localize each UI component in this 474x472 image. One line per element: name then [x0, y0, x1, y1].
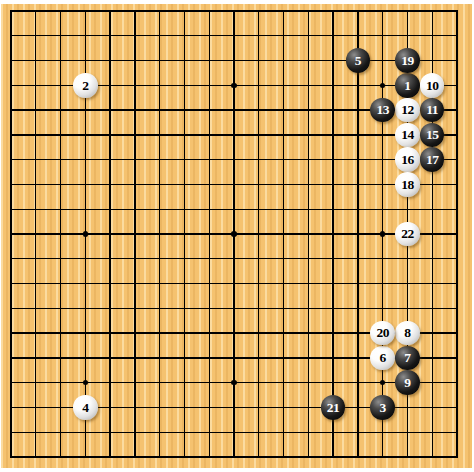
stone-white-move-12: 12 — [395, 98, 420, 123]
move-number-label: 18 — [401, 177, 414, 191]
move-number-label: 20 — [376, 326, 389, 340]
move-number-label: 8 — [404, 326, 410, 340]
move-number-label: 6 — [380, 351, 386, 365]
move-number-label: 21 — [327, 400, 340, 414]
stone-white-move-22: 22 — [395, 222, 420, 247]
stone-black-move-3: 3 — [370, 395, 395, 420]
stone-black-move-19: 19 — [395, 48, 420, 73]
move-number-label: 7 — [404, 351, 410, 365]
stone-black-move-15: 15 — [420, 123, 445, 148]
stone-black-move-9: 9 — [395, 370, 420, 395]
move-number-label: 10 — [426, 78, 439, 92]
move-number-label: 4 — [82, 400, 88, 414]
move-number-label: 9 — [404, 375, 410, 389]
move-number-label: 14 — [401, 128, 414, 142]
move-number-label: 22 — [401, 227, 414, 241]
go-board-diagram: 12345678910111213141516171819202122 — [0, 0, 474, 472]
stone-white-move-20: 20 — [370, 321, 395, 346]
stone-black-move-17: 17 — [420, 147, 445, 172]
stone-black-move-7: 7 — [395, 346, 420, 371]
move-number-label: 15 — [426, 128, 439, 142]
move-number-label: 12 — [401, 103, 414, 117]
move-number-label: 19 — [401, 53, 414, 67]
stone-white-move-18: 18 — [395, 172, 420, 197]
stone-white-move-6: 6 — [370, 346, 395, 371]
move-number-label: 1 — [404, 78, 410, 92]
stone-black-move-1: 1 — [395, 73, 420, 98]
move-number-label: 17 — [426, 152, 439, 166]
move-number-label: 5 — [355, 53, 361, 67]
stone-white-move-4: 4 — [73, 395, 98, 420]
move-number-label: 16 — [401, 152, 414, 166]
stones: 12345678910111213141516171819202122 — [0, 0, 474, 472]
move-number-label: 13 — [376, 103, 389, 117]
stone-black-move-5: 5 — [346, 48, 371, 73]
stone-white-move-8: 8 — [395, 321, 420, 346]
move-number-label: 3 — [380, 400, 386, 414]
stone-white-move-14: 14 — [395, 123, 420, 148]
stone-black-move-21: 21 — [321, 395, 346, 420]
stone-white-move-16: 16 — [395, 147, 420, 172]
stone-white-move-10: 10 — [420, 73, 445, 98]
stone-white-move-2: 2 — [73, 73, 98, 98]
stone-black-move-13: 13 — [370, 98, 395, 123]
move-number-label: 11 — [426, 103, 438, 117]
move-number-label: 2 — [82, 78, 88, 92]
stone-black-move-11: 11 — [420, 98, 445, 123]
